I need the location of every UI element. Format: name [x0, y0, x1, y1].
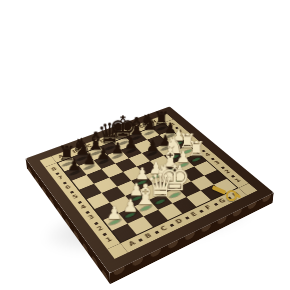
white-pawn-glyph: ♟	[90, 205, 139, 223]
brass-clasp	[212, 184, 242, 204]
scene: ABCDEFGH ABCDEFGH 87654321 87654321 ♜♞♝♛…	[0, 0, 290, 290]
clasp-plate-icon	[212, 185, 226, 194]
chess-set-photo: ABCDEFGH ABCDEFGH 87654321 87654321 ♜♞♝♛…	[0, 0, 290, 290]
